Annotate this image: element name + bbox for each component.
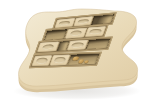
paw-recess xyxy=(58,20,70,26)
paw-recess xyxy=(71,42,84,48)
paw-recess xyxy=(41,44,54,50)
paw-recess xyxy=(89,29,102,35)
paw-recess xyxy=(77,18,89,24)
paw-recess xyxy=(36,58,49,64)
paw-recess xyxy=(70,30,83,36)
product-photo-dog-puzzle xyxy=(0,0,159,102)
slider-tile xyxy=(65,28,86,39)
open-compartment xyxy=(92,14,114,24)
puzzle-channel-4 xyxy=(29,52,102,69)
open-compartment xyxy=(86,39,110,49)
treat-kibble xyxy=(84,60,89,63)
treat-compartment xyxy=(67,54,99,65)
slider-tile xyxy=(85,26,106,37)
paw-recess xyxy=(54,57,67,63)
